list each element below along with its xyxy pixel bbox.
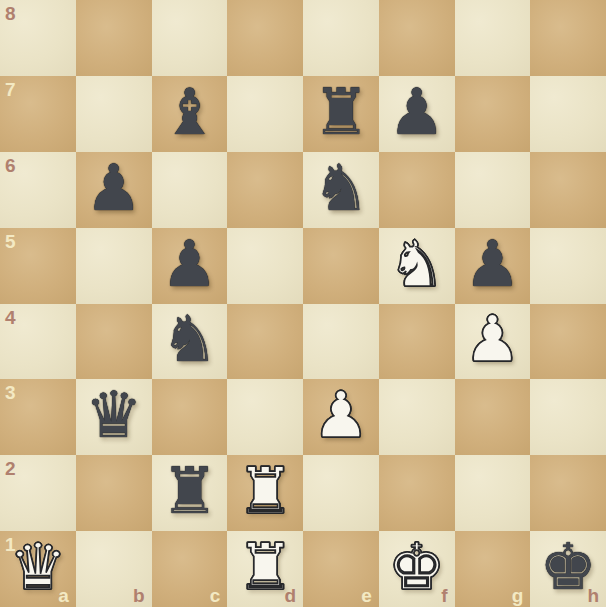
- piece-white-queen[interactable]: ♛: [9, 535, 66, 599]
- square-e2[interactable]: [303, 455, 379, 531]
- square-h7[interactable]: [530, 76, 606, 152]
- piece-white-rook[interactable]: ♜: [236, 459, 293, 523]
- square-d8[interactable]: [227, 0, 303, 76]
- rank-label-7: 7: [5, 80, 16, 99]
- piece-black-bishop[interactable]: ♝: [161, 80, 218, 144]
- piece-black-knight[interactable]: ♞: [161, 307, 218, 371]
- square-g5[interactable]: ♟: [455, 228, 531, 304]
- square-e6[interactable]: ♞: [303, 152, 379, 228]
- file-label-g: g: [512, 586, 524, 605]
- piece-white-pawn[interactable]: ♟: [312, 383, 369, 447]
- square-g4[interactable]: ♟: [455, 304, 531, 380]
- square-h3[interactable]: [530, 379, 606, 455]
- square-e4[interactable]: [303, 304, 379, 380]
- rank-label-8: 8: [5, 4, 16, 23]
- square-b3[interactable]: ♛: [76, 379, 152, 455]
- piece-black-pawn[interactable]: ♟: [161, 232, 218, 296]
- square-g8[interactable]: [455, 0, 531, 76]
- piece-black-pawn[interactable]: ♟: [464, 232, 521, 296]
- rank-label-6: 6: [5, 156, 16, 175]
- piece-black-knight[interactable]: ♞: [312, 156, 369, 220]
- square-h4[interactable]: [530, 304, 606, 380]
- square-h1[interactable]: h♚: [530, 531, 606, 607]
- square-d1[interactable]: d♜: [227, 531, 303, 607]
- square-f3[interactable]: [379, 379, 455, 455]
- file-label-e: e: [361, 586, 372, 605]
- square-h5[interactable]: [530, 228, 606, 304]
- square-b8[interactable]: [76, 0, 152, 76]
- square-b1[interactable]: b: [76, 531, 152, 607]
- square-b4[interactable]: [76, 304, 152, 380]
- piece-white-rook[interactable]: ♜: [236, 535, 293, 599]
- piece-black-rook[interactable]: ♜: [161, 459, 218, 523]
- square-a5[interactable]: 5: [0, 228, 76, 304]
- square-g7[interactable]: [455, 76, 531, 152]
- square-a6[interactable]: 6: [0, 152, 76, 228]
- square-c3[interactable]: [152, 379, 228, 455]
- square-c1[interactable]: c: [152, 531, 228, 607]
- square-c5[interactable]: ♟: [152, 228, 228, 304]
- chess-board: 87♝♜♟6♟♞5♟♞♟4♞♟3♛♟2♜♜1a♛bcd♜ef♚gh♚: [0, 0, 606, 607]
- square-c2[interactable]: ♜: [152, 455, 228, 531]
- square-a4[interactable]: 4: [0, 304, 76, 380]
- piece-black-rook[interactable]: ♜: [312, 80, 369, 144]
- square-e5[interactable]: [303, 228, 379, 304]
- rank-label-4: 4: [5, 308, 16, 327]
- rank-label-3: 3: [5, 383, 16, 402]
- square-b2[interactable]: [76, 455, 152, 531]
- square-f4[interactable]: [379, 304, 455, 380]
- square-d6[interactable]: [227, 152, 303, 228]
- piece-black-pawn[interactable]: ♟: [388, 80, 445, 144]
- square-a7[interactable]: 7: [0, 76, 76, 152]
- square-c7[interactable]: ♝: [152, 76, 228, 152]
- square-g2[interactable]: [455, 455, 531, 531]
- rank-label-2: 2: [5, 459, 16, 478]
- square-a8[interactable]: 8: [0, 0, 76, 76]
- piece-black-queen[interactable]: ♛: [85, 383, 142, 447]
- file-label-c: c: [210, 586, 221, 605]
- square-g3[interactable]: [455, 379, 531, 455]
- square-c4[interactable]: ♞: [152, 304, 228, 380]
- square-a1[interactable]: 1a♛: [0, 531, 76, 607]
- file-label-b: b: [133, 586, 145, 605]
- square-h2[interactable]: [530, 455, 606, 531]
- square-e3[interactable]: ♟: [303, 379, 379, 455]
- square-d2[interactable]: ♜: [227, 455, 303, 531]
- square-e7[interactable]: ♜: [303, 76, 379, 152]
- piece-black-king[interactable]: ♚: [539, 535, 596, 599]
- square-h6[interactable]: [530, 152, 606, 228]
- piece-black-pawn[interactable]: ♟: [85, 156, 142, 220]
- square-d4[interactable]: [227, 304, 303, 380]
- square-d5[interactable]: [227, 228, 303, 304]
- square-b7[interactable]: [76, 76, 152, 152]
- rank-label-5: 5: [5, 232, 16, 251]
- piece-white-king[interactable]: ♚: [388, 535, 445, 599]
- piece-white-knight[interactable]: ♞: [388, 232, 445, 296]
- square-a3[interactable]: 3: [0, 379, 76, 455]
- square-d7[interactable]: [227, 76, 303, 152]
- square-c6[interactable]: [152, 152, 228, 228]
- square-f2[interactable]: [379, 455, 455, 531]
- square-d3[interactable]: [227, 379, 303, 455]
- square-c8[interactable]: [152, 0, 228, 76]
- square-h8[interactable]: [530, 0, 606, 76]
- square-f1[interactable]: f♚: [379, 531, 455, 607]
- square-e8[interactable]: [303, 0, 379, 76]
- square-b6[interactable]: ♟: [76, 152, 152, 228]
- square-g1[interactable]: g: [455, 531, 531, 607]
- square-f7[interactable]: ♟: [379, 76, 455, 152]
- square-f8[interactable]: [379, 0, 455, 76]
- square-g6[interactable]: [455, 152, 531, 228]
- square-b5[interactable]: [76, 228, 152, 304]
- square-e1[interactable]: e: [303, 531, 379, 607]
- square-a2[interactable]: 2: [0, 455, 76, 531]
- square-f6[interactable]: [379, 152, 455, 228]
- square-f5[interactable]: ♞: [379, 228, 455, 304]
- piece-white-pawn[interactable]: ♟: [464, 307, 521, 371]
